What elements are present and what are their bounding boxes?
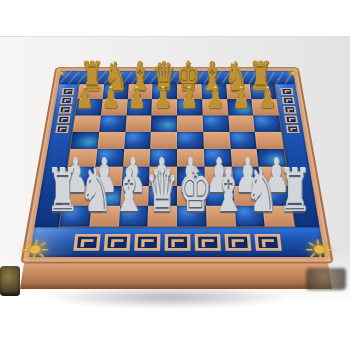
rail-meander-unit bbox=[283, 106, 296, 114]
square-g5[interactable] bbox=[229, 132, 257, 149]
square-d5[interactable] bbox=[150, 132, 177, 149]
meander-unit bbox=[254, 234, 281, 251]
board-leg-right bbox=[306, 268, 346, 290]
gold-pawn[interactable]: ♟ bbox=[154, 84, 171, 112]
meander-unit bbox=[103, 234, 130, 251]
square-b6[interactable] bbox=[99, 115, 126, 131]
rail-meander-unit bbox=[60, 97, 73, 104]
square-d6[interactable] bbox=[151, 115, 177, 131]
silver-king[interactable]: ♚ bbox=[179, 162, 212, 221]
chess-set-photo: ☀ ☀ ☀ ☀ ♜♞♝♛♚♝♞♜ ♟♟♟♟♟♟♟♟ ♟♟♟♟♟♟♟♟ ♜♞♝♛♚… bbox=[0, 0, 350, 350]
gold-pawn[interactable]: ♟ bbox=[181, 84, 198, 112]
sun-motif-far-left: ☀ bbox=[54, 70, 67, 78]
square-f5[interactable] bbox=[203, 132, 230, 149]
rail-meander-unit bbox=[284, 115, 298, 123]
sun-motif-front-left: ☀ bbox=[17, 237, 53, 265]
square-e6[interactable] bbox=[177, 115, 203, 131]
square-h5[interactable] bbox=[255, 132, 283, 149]
meander-unit bbox=[194, 234, 220, 251]
meander-unit bbox=[73, 234, 100, 251]
silver-queen[interactable]: ♛ bbox=[146, 162, 179, 221]
rail-meander-unit bbox=[55, 125, 69, 133]
meander-unit bbox=[224, 234, 251, 251]
silver-rook[interactable]: ♜ bbox=[278, 162, 311, 221]
sun-motif-front-right: ☀ bbox=[301, 237, 337, 265]
square-h6[interactable] bbox=[253, 115, 281, 131]
silver-back-rank: ♜♞♝♛♚♝♞♜ bbox=[46, 162, 306, 221]
rail-meander-unit bbox=[281, 97, 294, 104]
gold-pawn[interactable]: ♟ bbox=[259, 84, 276, 112]
rail-meander-unit bbox=[58, 106, 71, 114]
gold-pawn[interactable]: ♟ bbox=[102, 84, 119, 112]
rail-meander-unit bbox=[285, 125, 299, 133]
silver-bishop[interactable]: ♝ bbox=[112, 162, 145, 221]
meander-unit bbox=[134, 234, 160, 251]
silver-bishop[interactable]: ♝ bbox=[212, 162, 245, 221]
square-g6[interactable] bbox=[228, 115, 255, 131]
rail-meander-unit bbox=[56, 115, 70, 123]
silver-knight[interactable]: ♞ bbox=[245, 162, 278, 221]
gold-pawn[interactable]: ♟ bbox=[207, 84, 224, 112]
board-front-edge bbox=[20, 259, 332, 289]
silver-knight[interactable]: ♞ bbox=[79, 162, 112, 221]
square-a5[interactable] bbox=[71, 132, 99, 149]
square-e5[interactable] bbox=[177, 132, 204, 149]
gold-pawn[interactable]: ♟ bbox=[128, 84, 145, 112]
border-front-meander bbox=[29, 227, 324, 257]
silver-rook[interactable]: ♜ bbox=[46, 162, 79, 221]
meander-unit bbox=[164, 234, 190, 251]
rail-meander-unit bbox=[61, 88, 74, 95]
square-c5[interactable] bbox=[124, 132, 151, 149]
square-f6[interactable] bbox=[202, 115, 229, 131]
square-b5[interactable] bbox=[97, 132, 125, 149]
square-a6[interactable] bbox=[73, 115, 101, 131]
square-c6[interactable] bbox=[125, 115, 152, 131]
board-leg-left bbox=[0, 266, 20, 296]
sun-motif-far-right: ☀ bbox=[286, 70, 299, 78]
gold-pawn[interactable]: ♟ bbox=[76, 84, 93, 112]
rail-meander-unit bbox=[280, 88, 293, 95]
gold-pawn[interactable]: ♟ bbox=[233, 84, 250, 112]
